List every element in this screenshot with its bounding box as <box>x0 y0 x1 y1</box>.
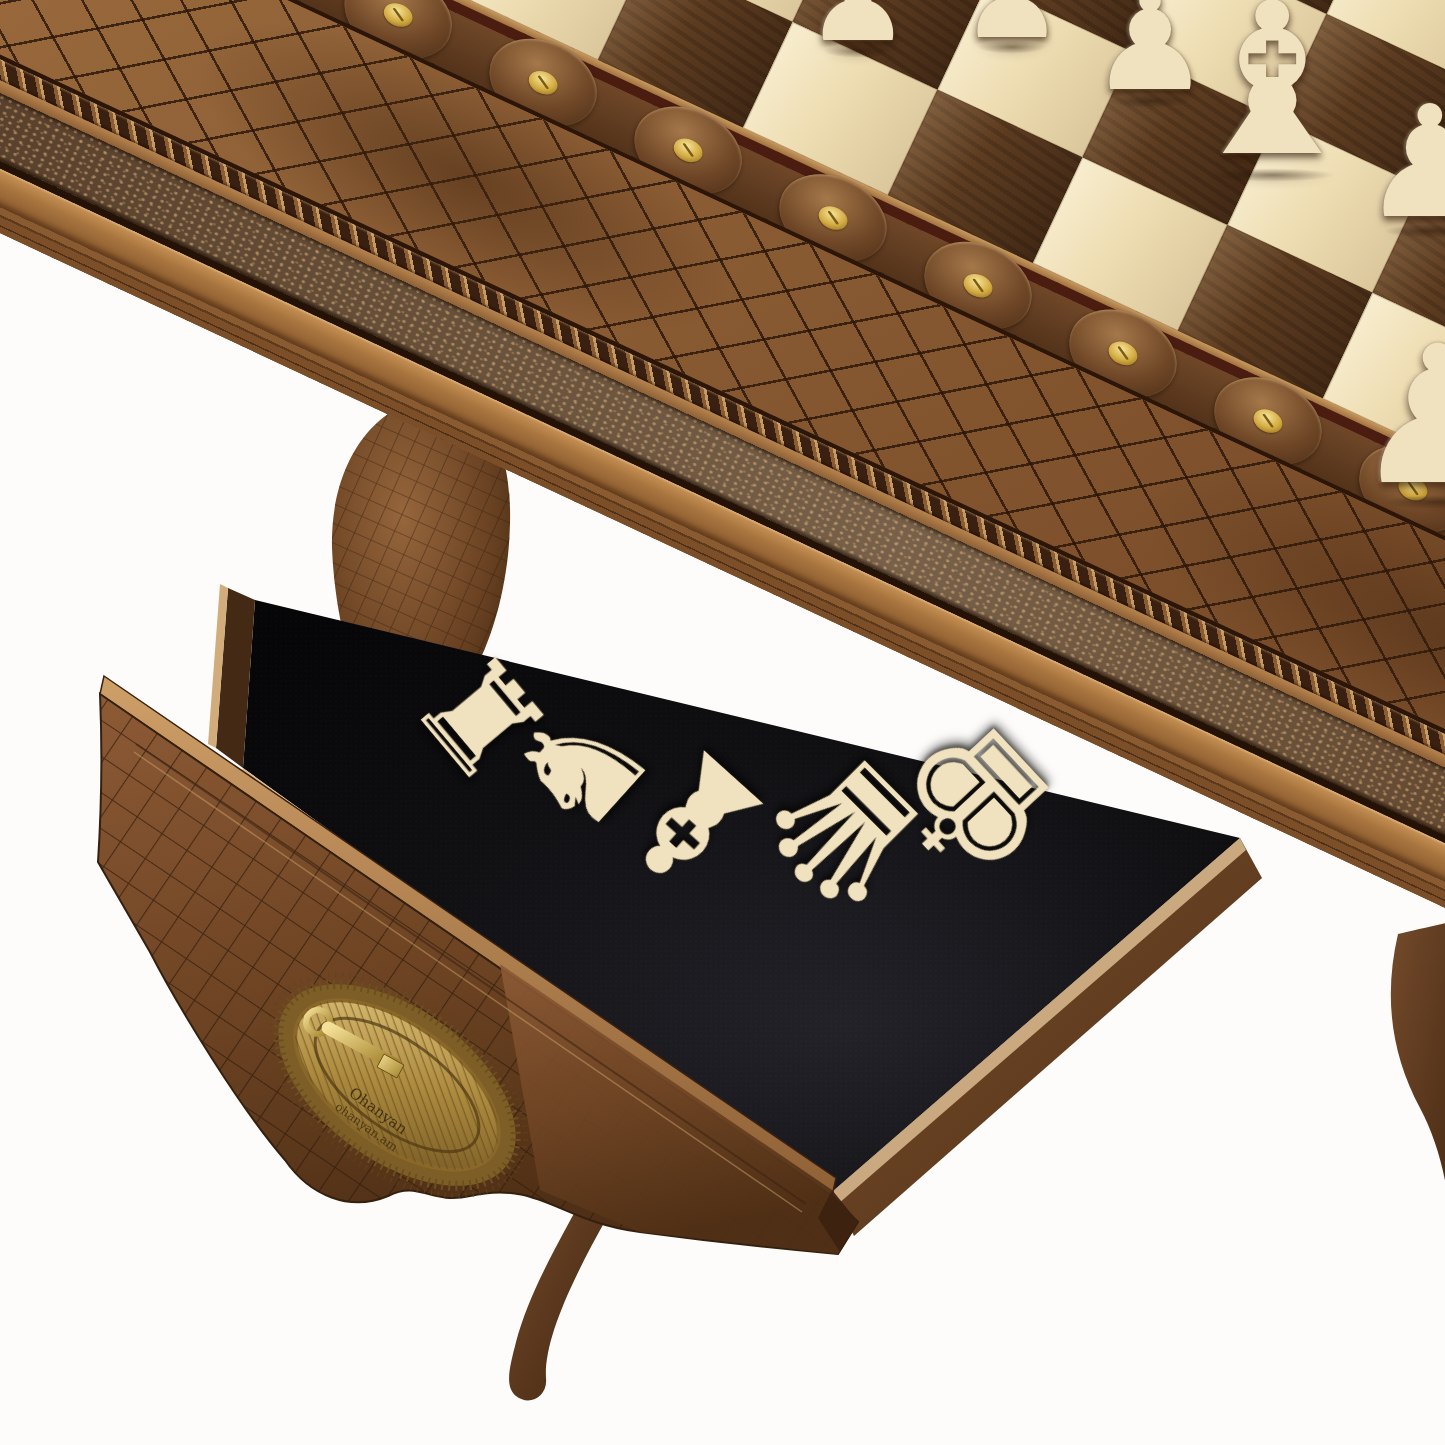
chess-table-photo: Ohanyan ohanyan.am ♟♟♟♝♟♟ ♜♞♝♛♚ <box>0 0 1445 1445</box>
drawer-layer: Ohanyan ohanyan.am <box>0 0 1445 1445</box>
